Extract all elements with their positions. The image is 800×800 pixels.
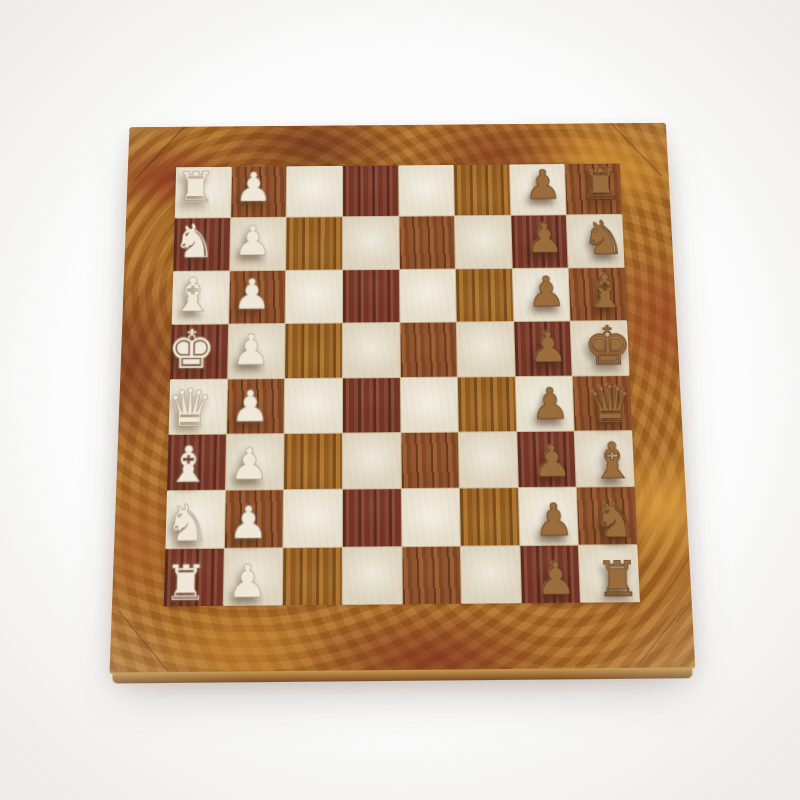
square-d3 bbox=[285, 378, 342, 433]
square-d1: ♛ bbox=[169, 379, 227, 434]
square-g5 bbox=[399, 217, 455, 269]
brown-pawn: ♟ bbox=[534, 497, 575, 542]
square-g3 bbox=[286, 218, 342, 270]
brown-pawn: ♟ bbox=[525, 218, 564, 259]
square-e7: ♟ bbox=[514, 322, 572, 376]
square-c3 bbox=[284, 433, 342, 489]
white-knight: ♞ bbox=[172, 218, 216, 265]
square-e4 bbox=[343, 323, 400, 377]
square-g2: ♟ bbox=[230, 218, 286, 270]
white-queen: ♛ bbox=[166, 381, 214, 433]
brown-knight: ♞ bbox=[592, 494, 639, 545]
brown-king: ♚ bbox=[583, 321, 633, 374]
brown-pawn: ♟ bbox=[527, 272, 566, 314]
white-bishop: ♝ bbox=[166, 439, 212, 489]
square-a3 bbox=[283, 547, 342, 605]
square-a1: ♜ bbox=[164, 548, 224, 606]
square-c5 bbox=[401, 432, 459, 488]
frame-miter-bottom-right bbox=[626, 606, 696, 669]
square-h8: ♜ bbox=[565, 164, 622, 215]
square-e2: ♟ bbox=[228, 324, 285, 378]
square-d8: ♛ bbox=[573, 376, 632, 431]
brown-queen: ♛ bbox=[586, 377, 635, 429]
square-h4 bbox=[343, 165, 398, 216]
square-h1: ♜ bbox=[175, 167, 231, 218]
white-knight: ♞ bbox=[164, 497, 210, 548]
square-a4 bbox=[343, 547, 402, 605]
white-pawn: ♟ bbox=[228, 500, 268, 545]
square-f1: ♝ bbox=[172, 271, 229, 324]
square-d2: ♟ bbox=[227, 379, 285, 434]
square-f3 bbox=[286, 270, 342, 323]
onyx-border-frame: ♜♟♟♜♞♟♟♞♝♟♟♝♚♟♟♚♛♟♟♛♝♟♟♝♞♟♟♞♜♟♟♜ bbox=[109, 123, 695, 674]
square-b2: ♟ bbox=[225, 490, 284, 547]
square-h5 bbox=[399, 165, 455, 216]
square-b8: ♞ bbox=[577, 487, 637, 544]
square-b7: ♟ bbox=[519, 488, 579, 545]
chessboard-grid: ♜♟♟♜♞♟♟♞♝♟♟♝♚♟♟♚♛♟♟♛♝♟♟♝♞♟♟♞♜♟♟♜ bbox=[164, 164, 640, 607]
square-b5 bbox=[401, 489, 460, 546]
square-e1: ♚ bbox=[170, 325, 228, 379]
brown-pawn: ♟ bbox=[529, 327, 569, 370]
white-bishop: ♝ bbox=[171, 272, 215, 320]
square-g4 bbox=[343, 217, 399, 269]
square-b6 bbox=[460, 488, 519, 545]
white-pawn: ♟ bbox=[232, 274, 271, 316]
brown-pawn: ♟ bbox=[524, 165, 563, 205]
white-king: ♚ bbox=[167, 324, 216, 378]
white-rook: ♜ bbox=[164, 558, 208, 607]
white-pawn: ♟ bbox=[227, 559, 267, 605]
frame-miter-bottom-left bbox=[109, 611, 178, 674]
square-b4 bbox=[343, 489, 401, 546]
square-f8: ♝ bbox=[569, 268, 627, 321]
brown-bishop: ♝ bbox=[583, 268, 628, 316]
square-h3 bbox=[287, 166, 342, 217]
square-g6 bbox=[455, 216, 511, 268]
square-e6 bbox=[457, 322, 514, 376]
square-g7: ♟ bbox=[511, 216, 568, 268]
square-g1: ♞ bbox=[173, 219, 230, 271]
square-d5 bbox=[400, 377, 458, 432]
square-f7: ♟ bbox=[513, 268, 570, 321]
white-pawn: ♟ bbox=[233, 220, 271, 261]
square-h7: ♟ bbox=[510, 164, 566, 215]
square-c7: ♟ bbox=[517, 431, 576, 487]
square-d6 bbox=[458, 377, 516, 432]
square-e3 bbox=[285, 324, 342, 378]
square-a5 bbox=[402, 546, 461, 604]
brown-pawn: ♟ bbox=[532, 439, 572, 483]
square-c4 bbox=[343, 433, 401, 489]
square-a6 bbox=[461, 546, 521, 604]
square-e5 bbox=[400, 323, 457, 377]
square-b3 bbox=[284, 490, 342, 547]
square-c8: ♝ bbox=[575, 431, 635, 487]
square-e8: ♚ bbox=[571, 321, 629, 375]
square-d7: ♟ bbox=[515, 376, 574, 431]
square-c6 bbox=[459, 432, 518, 488]
brown-pawn: ♟ bbox=[535, 556, 576, 602]
brown-bishop: ♝ bbox=[589, 436, 636, 486]
square-f4 bbox=[343, 270, 399, 323]
square-a2: ♟ bbox=[223, 548, 282, 606]
brown-knight: ♞ bbox=[581, 214, 626, 261]
square-d4 bbox=[343, 378, 400, 433]
square-a7: ♟ bbox=[520, 545, 580, 603]
white-pawn: ♟ bbox=[231, 329, 270, 372]
brown-rook: ♜ bbox=[580, 163, 622, 206]
white-pawn: ♟ bbox=[230, 385, 269, 428]
square-g8: ♞ bbox=[567, 215, 624, 267]
chess-board: ♜♟♟♜♞♟♟♞♝♟♟♝♚♟♟♚♛♟♟♛♝♟♟♝♞♟♟♞♜♟♟♜ bbox=[109, 123, 695, 674]
brown-rook: ♜ bbox=[595, 554, 640, 603]
square-a8: ♜ bbox=[579, 545, 640, 603]
square-c2: ♟ bbox=[226, 434, 284, 490]
white-pawn: ♟ bbox=[234, 167, 272, 207]
square-c1: ♝ bbox=[167, 434, 226, 490]
square-f6 bbox=[456, 269, 513, 322]
brown-pawn: ♟ bbox=[530, 382, 570, 425]
photo-backdrop: ♜♟♟♜♞♟♟♞♝♟♟♝♚♟♟♚♛♟♟♛♝♟♟♝♞♟♟♞♜♟♟♜ bbox=[0, 0, 800, 800]
square-f2: ♟ bbox=[229, 271, 286, 324]
white-rook: ♜ bbox=[175, 166, 216, 209]
white-pawn: ♟ bbox=[229, 442, 269, 486]
square-f5 bbox=[399, 269, 455, 322]
square-h6 bbox=[454, 165, 510, 216]
square-h2: ♟ bbox=[231, 166, 287, 217]
square-b1: ♞ bbox=[165, 491, 224, 548]
